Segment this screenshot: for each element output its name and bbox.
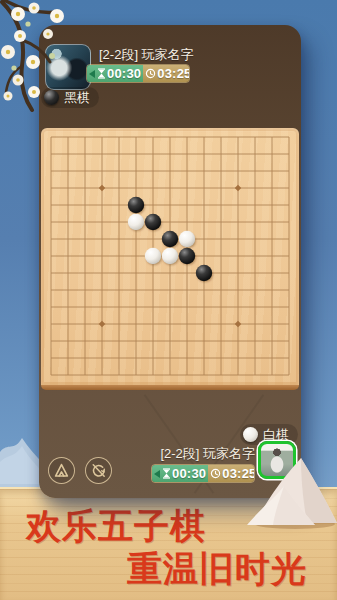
- hourglass-icon: [162, 468, 171, 479]
- chat-disabled-button[interactable]: [85, 457, 112, 484]
- blossom-flower: [1, 45, 15, 59]
- chat-disabled-icon: [88, 460, 109, 481]
- banner-title-line1: 欢乐五子棋: [26, 503, 206, 550]
- player-move-timer: 00:30: [152, 465, 208, 482]
- board-edge: [41, 385, 299, 390]
- clock-icon: [145, 68, 156, 79]
- blossom-flower: [29, 3, 40, 14]
- blossom-flower: [13, 75, 24, 86]
- game-screen: 欢乐五子棋 重温旧时光 [2-2段] 玩家名字 00:30 03:25: [0, 0, 337, 600]
- blossom-flower: [26, 55, 40, 69]
- mountain-menu-icon: [52, 461, 71, 480]
- white-stone-icon: [243, 427, 258, 442]
- board-grid-svg: [41, 128, 299, 385]
- banner-title-line2: 重温旧时光: [127, 546, 307, 593]
- blossom-flower: [14, 30, 26, 42]
- blossom-bud: [25, 21, 30, 26]
- cherry-blossom-branch: [0, 0, 125, 118]
- menu-button[interactable]: [48, 457, 75, 484]
- player-name: [2-2段] 玩家名字: [160, 445, 255, 463]
- white-mountain-decoration: [247, 450, 337, 530]
- blossom-flower: [11, 7, 25, 21]
- blossom-flower: [28, 86, 40, 98]
- blossom-flower: [50, 9, 64, 23]
- timer-arrow-left-icon: [154, 470, 160, 478]
- blossom-flower: [4, 92, 13, 101]
- clock-icon: [210, 468, 221, 479]
- opponent-total-timer: 03:25: [143, 65, 190, 82]
- blossom-flower: [43, 29, 53, 39]
- gomoku-board[interactable]: [41, 128, 299, 390]
- blossom-bud: [11, 65, 16, 70]
- player-timer: 00:30 03:25: [151, 464, 255, 483]
- blossom-bud: [49, 53, 55, 59]
